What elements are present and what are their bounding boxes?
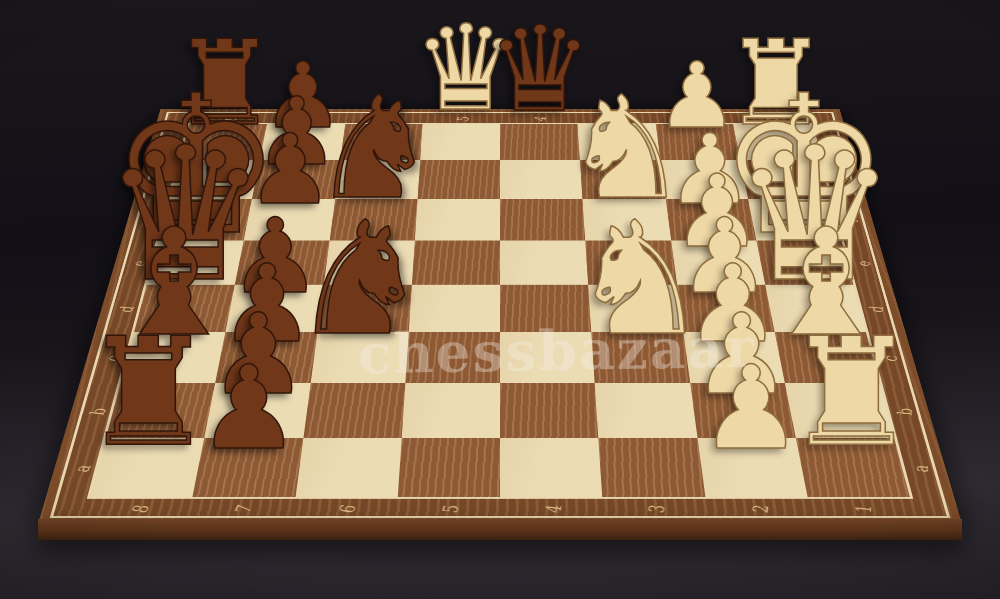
piece-black-pawn-a7[interactable]: ♟ <box>197 351 301 467</box>
square-b4[interactable] <box>500 383 599 438</box>
coord-label-front-rank-3: 3 <box>647 504 669 514</box>
square-b5[interactable] <box>401 383 500 438</box>
piece-white-rook-a1[interactable]: ♜ <box>785 317 919 466</box>
coord-label-front-rank-1: 1 <box>854 504 875 514</box>
piece-black-rook-a8[interactable]: ♜ <box>82 317 216 466</box>
square-b6[interactable] <box>303 383 405 438</box>
coord-label-front-rank-6: 6 <box>336 504 359 514</box>
chessboard-photo-scene: ♛♛ 88hh77gg66ff55ee44dd33cc22bb11aa ♜♟♟♜… <box>0 0 1000 599</box>
coord-label-front-rank-5: 5 <box>440 504 463 514</box>
square-a3[interactable] <box>599 438 705 497</box>
spare-black-queen[interactable]: ♛ <box>487 10 593 128</box>
board-front-edge <box>38 519 962 540</box>
coord-label-front-rank-2: 2 <box>750 504 772 514</box>
piece-black-knight-c6[interactable]: ♞ <box>290 201 430 357</box>
square-b3[interactable] <box>595 383 697 438</box>
square-a5[interactable] <box>398 438 500 497</box>
square-a6[interactable] <box>295 438 401 497</box>
coord-label-front-rank-8: 8 <box>130 504 154 514</box>
square-a4[interactable] <box>500 438 602 497</box>
coord-label-front-rank-7: 7 <box>233 504 257 514</box>
coord-label-front-rank-4: 4 <box>543 504 566 514</box>
